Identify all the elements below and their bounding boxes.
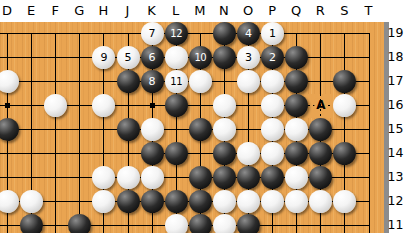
stone-J15 (117, 118, 140, 141)
stone-N12 (213, 190, 236, 213)
stone-O18: 3 (237, 46, 260, 69)
stone-M17 (189, 70, 212, 93)
stone-K14 (141, 142, 164, 165)
stone-P13 (261, 166, 284, 189)
stone-Q18 (285, 46, 308, 69)
grid-line-col-F (55, 33, 56, 233)
row-label-17: 17 (387, 74, 404, 88)
row-label-12: 12 (387, 194, 404, 208)
column-label-N: N (219, 3, 229, 19)
stone-J18: 5 (117, 46, 140, 69)
stone-P12 (261, 190, 284, 213)
stone-H18: 9 (92, 46, 115, 69)
go-board[interactable]: A712419561032811 (0, 22, 384, 233)
stone-J17 (117, 70, 140, 93)
stone-L18 (165, 46, 188, 69)
column-label-T: T (365, 3, 373, 19)
stone-L16 (165, 94, 188, 117)
stone-Q17 (285, 70, 308, 93)
stone-N15 (213, 118, 236, 141)
row-label-15: 15 (387, 122, 404, 136)
stone-number: 4 (245, 28, 252, 39)
stone-number: 10 (194, 53, 206, 63)
column-label-M: M (194, 3, 205, 19)
stone-K19: 7 (141, 22, 164, 45)
column-label-R: R (316, 3, 325, 19)
go-diagram: A712419561032811 DEFGHJKLMNOPQRST 191817… (0, 0, 404, 233)
stone-number: 7 (149, 28, 156, 39)
column-label-K: K (147, 3, 156, 19)
stone-F16 (44, 94, 67, 117)
stone-number: 2 (269, 52, 276, 63)
stone-number: 1 (269, 28, 276, 39)
stone-N19 (213, 22, 236, 45)
stone-K12 (141, 190, 164, 213)
stone-R12 (309, 190, 332, 213)
stone-S17 (333, 70, 356, 93)
stone-K17: 8 (141, 70, 164, 93)
stone-R13 (309, 166, 332, 189)
row-label-16: 16 (387, 98, 404, 112)
column-label-J: J (126, 3, 130, 19)
stone-N13 (213, 166, 236, 189)
stone-H13 (92, 166, 115, 189)
stone-number: 9 (100, 52, 107, 63)
row-label-11: 11 (387, 218, 404, 232)
stone-J13 (117, 166, 140, 189)
stone-number: 6 (149, 52, 156, 63)
stone-R15 (309, 118, 332, 141)
grid-line-col-G (79, 33, 80, 233)
stone-O14 (237, 142, 260, 165)
stone-number: 8 (149, 76, 156, 87)
stone-M18: 10 (189, 46, 212, 69)
column-label-L: L (172, 3, 179, 19)
stone-L14 (165, 142, 188, 165)
stone-S16 (333, 94, 356, 117)
stone-P17 (261, 70, 284, 93)
point-label-A: A (308, 94, 333, 118)
stone-N14 (213, 142, 236, 165)
stone-N16 (213, 94, 236, 117)
column-label-H: H (99, 3, 109, 19)
column-label-Q: Q (291, 3, 301, 19)
stone-L11 (165, 214, 188, 233)
stone-M15 (189, 118, 212, 141)
stone-N18 (213, 46, 236, 69)
stone-L17: 11 (165, 70, 188, 93)
stone-Q15 (285, 118, 308, 141)
stone-K18: 6 (141, 46, 164, 69)
board-shadow-edge (384, 22, 389, 233)
stone-S14 (333, 142, 356, 165)
stone-number: 3 (245, 52, 252, 63)
stone-H12 (92, 190, 115, 213)
stone-P14 (261, 142, 284, 165)
stone-O19: 4 (237, 22, 260, 45)
column-label-O: O (243, 3, 253, 19)
stone-N11 (213, 214, 236, 233)
stone-P15 (261, 118, 284, 141)
column-label-D: D (2, 3, 12, 19)
stone-R14 (309, 142, 332, 165)
column-label-P: P (268, 3, 276, 19)
stone-M12 (189, 190, 212, 213)
stone-number: 12 (170, 29, 182, 39)
row-label-14: 14 (387, 146, 404, 160)
column-label-G: G (74, 3, 84, 19)
stone-P16 (261, 94, 284, 117)
stone-L19: 12 (165, 22, 188, 45)
stone-O11 (237, 214, 260, 233)
stone-H16 (92, 94, 115, 117)
stone-L12 (165, 190, 188, 213)
stone-K15 (141, 118, 164, 141)
stone-S12 (333, 190, 356, 213)
stone-number: 11 (170, 77, 182, 87)
star-point-D16 (5, 103, 10, 108)
stone-M11 (189, 214, 212, 233)
stone-O12 (237, 190, 260, 213)
stone-P18: 2 (261, 46, 284, 69)
row-label-19: 19 (387, 26, 404, 40)
stone-O13 (237, 166, 260, 189)
stone-P19: 1 (261, 22, 284, 45)
stone-K13 (141, 166, 164, 189)
stone-number: 5 (125, 52, 132, 63)
stone-Q14 (285, 142, 308, 165)
stone-G11 (68, 214, 91, 233)
stone-D12 (0, 190, 19, 213)
stone-M13 (189, 166, 212, 189)
column-label-F: F (51, 3, 58, 19)
column-label-E: E (27, 3, 35, 19)
stone-J12 (117, 190, 140, 213)
stone-Q13 (285, 166, 308, 189)
stone-Q16 (285, 94, 308, 117)
stone-E12 (20, 190, 43, 213)
stone-D15 (0, 118, 19, 141)
row-label-13: 13 (387, 170, 404, 184)
star-point-K16 (150, 103, 155, 108)
grid-line-col-T (369, 33, 370, 233)
column-label-S: S (340, 3, 348, 19)
row-label-18: 18 (387, 50, 404, 64)
stone-O17 (237, 70, 260, 93)
stone-Q12 (285, 190, 308, 213)
stone-E11 (20, 214, 43, 233)
stone-D17 (0, 70, 19, 93)
